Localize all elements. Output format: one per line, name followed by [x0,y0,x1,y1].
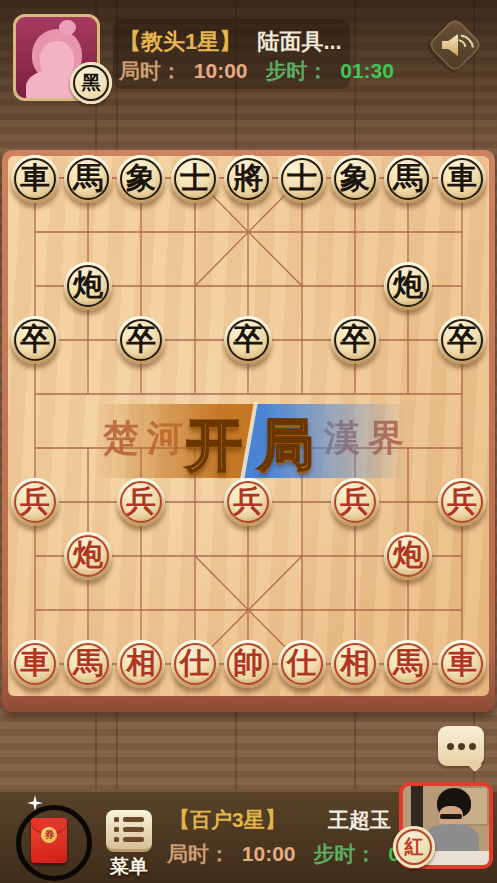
xiangqi-piece[interactable]: 象 [331,155,379,203]
piece-character: 士 [278,155,326,203]
opponent-avatar[interactable]: 黑 [13,14,100,101]
piece-character: 馬 [64,155,112,203]
piece-character: 馬 [64,640,112,688]
piece-character: 帥 [224,640,272,688]
menu-button-label: 菜单 [100,854,158,880]
chat-button[interactable] [438,726,484,766]
piece-character: 兵 [331,478,379,526]
xiangqi-piece[interactable]: 卒 [117,316,165,364]
player-game-time: 10:00 [242,842,296,865]
piece-character: 兵 [117,478,165,526]
sound-button[interactable] [430,20,480,70]
red-envelope-icon: 券 [31,818,67,863]
menu-button[interactable] [106,810,152,852]
piece-character: 兵 [11,478,59,526]
xiangqi-piece[interactable]: 車 [11,640,59,688]
player-name: 王超玉 [328,806,391,834]
piece-character: 炮 [384,262,432,310]
piece-character: 象 [117,155,165,203]
opponent-side-label: 黑 [82,70,101,96]
piece-character: 車 [438,155,486,203]
xiangqi-piece[interactable]: 帥 [224,640,272,688]
xiangqi-piece[interactable]: 仕 [278,640,326,688]
xiangqi-piece[interactable]: 馬 [384,640,432,688]
xiangqi-piece[interactable]: 將 [224,155,272,203]
xiangqi-piece[interactable]: 馬 [384,155,432,203]
player-game-time-label: 局时： [167,842,230,865]
piece-character: 炮 [64,532,112,580]
menu-list-icon [114,817,144,822]
xiangqi-piece[interactable]: 炮 [384,262,432,310]
piece-character: 兵 [224,478,272,526]
xiangqi-piece[interactable]: 兵 [117,478,165,526]
piece-character: 車 [11,640,59,688]
piece-character: 車 [438,640,486,688]
piece-character: 炮 [64,262,112,310]
opponent-info-panel: 【教头1星】 陆面具... 局时： 10:00 步时： 01:30 [113,19,350,89]
xiangqi-piece[interactable]: 兵 [331,478,379,526]
coupon-badge: 券 [41,827,57,843]
xiangqi-piece[interactable]: 炮 [64,262,112,310]
piece-character: 相 [117,640,165,688]
xiangqi-piece[interactable]: 相 [117,640,165,688]
xiangqi-piece[interactable]: 馬 [64,640,112,688]
xiangqi-piece[interactable]: 士 [171,155,219,203]
piece-character: 炮 [384,532,432,580]
player-rank-title: 【百户3星】 [169,806,286,834]
xiangqi-piece[interactable]: 馬 [64,155,112,203]
xiangqi-game-screen: 黑 【教头1星】 陆面具... 局时： 10:00 步时： 01:30 [0,0,497,883]
piece-character: 士 [171,155,219,203]
piece-character: 仕 [278,640,326,688]
xiangqi-piece[interactable]: 象 [117,155,165,203]
xiangqi-piece[interactable]: 卒 [224,316,272,364]
xiangqi-piece[interactable]: 炮 [64,532,112,580]
xiangqi-piece[interactable]: 車 [438,155,486,203]
piece-character: 象 [331,155,379,203]
piece-character: 相 [331,640,379,688]
piece-character: 馬 [384,155,432,203]
opponent-step-time: 01:30 [340,59,394,82]
chat-dots-icon [438,726,484,766]
opponent-side-badge: 黑 [70,62,112,104]
opponent-step-time-label: 步时： [265,59,328,82]
piece-character: 車 [11,155,59,203]
opening-banner-text: 开局 [90,408,410,484]
opening-banner: 开局 [90,404,410,478]
piece-character: 仕 [171,640,219,688]
xiangqi-piece[interactable]: 兵 [438,478,486,526]
xiangqi-piece[interactable]: 相 [331,640,379,688]
xiangqi-piece[interactable]: 卒 [438,316,486,364]
piece-character: 卒 [224,316,272,364]
player-step-time-label: 步时： [313,842,376,865]
opponent-game-time-label: 局时： [119,59,182,82]
xiangqi-piece[interactable]: 卒 [11,316,59,364]
xiangqi-piece[interactable]: 士 [278,155,326,203]
player-side-badge: 紅 [393,826,435,868]
opponent-name: 陆面具... [257,29,341,54]
xiangqi-piece[interactable]: 卒 [331,316,379,364]
piece-character: 馬 [384,640,432,688]
piece-character: 卒 [11,316,59,364]
xiangqi-piece[interactable]: 炮 [384,532,432,580]
xiangqi-piece[interactable]: 車 [11,155,59,203]
xiangqi-piece[interactable]: 兵 [224,478,272,526]
opponent-game-time: 10:00 [194,59,248,82]
piece-character: 將 [224,155,272,203]
xiangqi-piece[interactable]: 車 [438,640,486,688]
piece-character: 卒 [117,316,165,364]
xiangqi-piece[interactable]: 仕 [171,640,219,688]
piece-character: 卒 [331,316,379,364]
player-side-label: 紅 [405,834,424,860]
piece-character: 卒 [438,316,486,364]
opponent-rank-title: 【教头1星】 [119,29,241,54]
player-avatar[interactable]: 紅 [399,782,493,869]
piece-character: 兵 [438,478,486,526]
xiangqi-piece[interactable]: 兵 [11,478,59,526]
